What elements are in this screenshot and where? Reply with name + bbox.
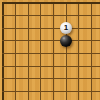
- white-stone-move-1: 1: [60, 22, 72, 34]
- goban[interactable]: 1: [0, 0, 100, 100]
- grid-line-vertical: [78, 2, 79, 100]
- grid-line-vertical: [91, 2, 92, 100]
- black-stone: [60, 35, 72, 47]
- grid-line-horizontal: [2, 40, 100, 41]
- board-edge-line-left: [2, 2, 4, 100]
- grid-line-horizontal: [2, 28, 100, 29]
- grid-line-vertical: [28, 2, 29, 100]
- grid-line-vertical: [53, 2, 54, 100]
- grid-line-horizontal: [2, 91, 100, 92]
- grid-line-horizontal: [2, 15, 100, 16]
- move-number-label: 1: [60, 22, 72, 34]
- grid-line-vertical: [66, 2, 67, 100]
- grid-line-horizontal: [2, 78, 100, 79]
- grid-line-vertical: [15, 2, 16, 100]
- board-edge-line-top: [2, 2, 100, 4]
- grid-line-horizontal: [2, 53, 100, 54]
- grid-line-vertical: [40, 2, 41, 100]
- grid-line-horizontal: [2, 66, 100, 67]
